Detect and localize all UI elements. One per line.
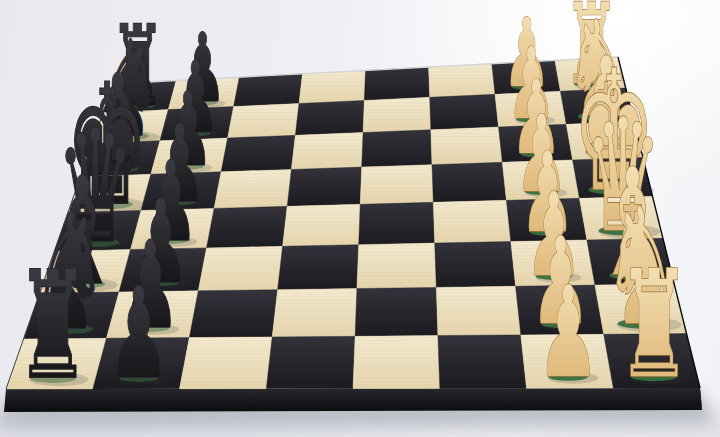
square-b4[interactable] bbox=[355, 287, 438, 336]
square-e5[interactable] bbox=[287, 167, 362, 206]
square-d5-grain bbox=[283, 204, 361, 246]
chessboard: ♜♟♟♜♞♟♟♞♝♟♟♝♚♟♟♚♛♟♟♛♝♟♟♝♞♟♟♞♜♟♟♜ bbox=[0, 0, 720, 437]
square-f5-grain bbox=[291, 133, 363, 170]
square-h3-grain bbox=[429, 64, 495, 98]
square-g5[interactable] bbox=[295, 100, 364, 135]
square-h6[interactable] bbox=[234, 74, 303, 107]
square-g3[interactable] bbox=[430, 94, 499, 130]
square-h5-grain bbox=[299, 71, 366, 104]
square-g6-grain bbox=[228, 104, 299, 139]
square-h4[interactable] bbox=[364, 67, 429, 100]
square-a4-grain bbox=[353, 336, 440, 389]
square-c4-grain bbox=[357, 243, 436, 288]
photo-scene: ♜♟♟♜♞♟♟♞♝♟♟♝♚♟♟♚♛♟♟♛♝♟♟♝♞♟♟♞♜♟♟♜ bbox=[0, 0, 720, 437]
square-b5-grain bbox=[272, 289, 357, 337]
square-e6-grain bbox=[214, 169, 291, 208]
square-d4[interactable] bbox=[359, 202, 435, 244]
square-d3-grain bbox=[433, 200, 511, 243]
square-b6[interactable] bbox=[189, 290, 277, 338]
piece-bP-a7[interactable]: ♟ bbox=[107, 260, 170, 407]
square-a3[interactable] bbox=[438, 335, 527, 389]
square-f6[interactable] bbox=[221, 135, 295, 172]
square-d6[interactable] bbox=[207, 206, 288, 248]
square-f3-grain bbox=[431, 127, 503, 165]
piece-wP-a2[interactable]: ♟ bbox=[537, 259, 600, 406]
square-f4[interactable] bbox=[362, 130, 432, 167]
square-c3[interactable] bbox=[435, 242, 516, 288]
square-e3[interactable] bbox=[432, 162, 506, 202]
square-a6-grain bbox=[180, 337, 273, 389]
square-c6-grain bbox=[198, 246, 282, 290]
piece-wR-a1[interactable]: ♜ bbox=[617, 238, 691, 411]
square-b3-grain bbox=[436, 286, 521, 335]
square-c5[interactable] bbox=[278, 245, 359, 290]
square-e4-grain bbox=[360, 165, 433, 205]
piece-bR-a8[interactable]: ♜ bbox=[16, 239, 90, 412]
square-g4-grain bbox=[363, 97, 431, 132]
square-a5[interactable] bbox=[266, 336, 355, 388]
